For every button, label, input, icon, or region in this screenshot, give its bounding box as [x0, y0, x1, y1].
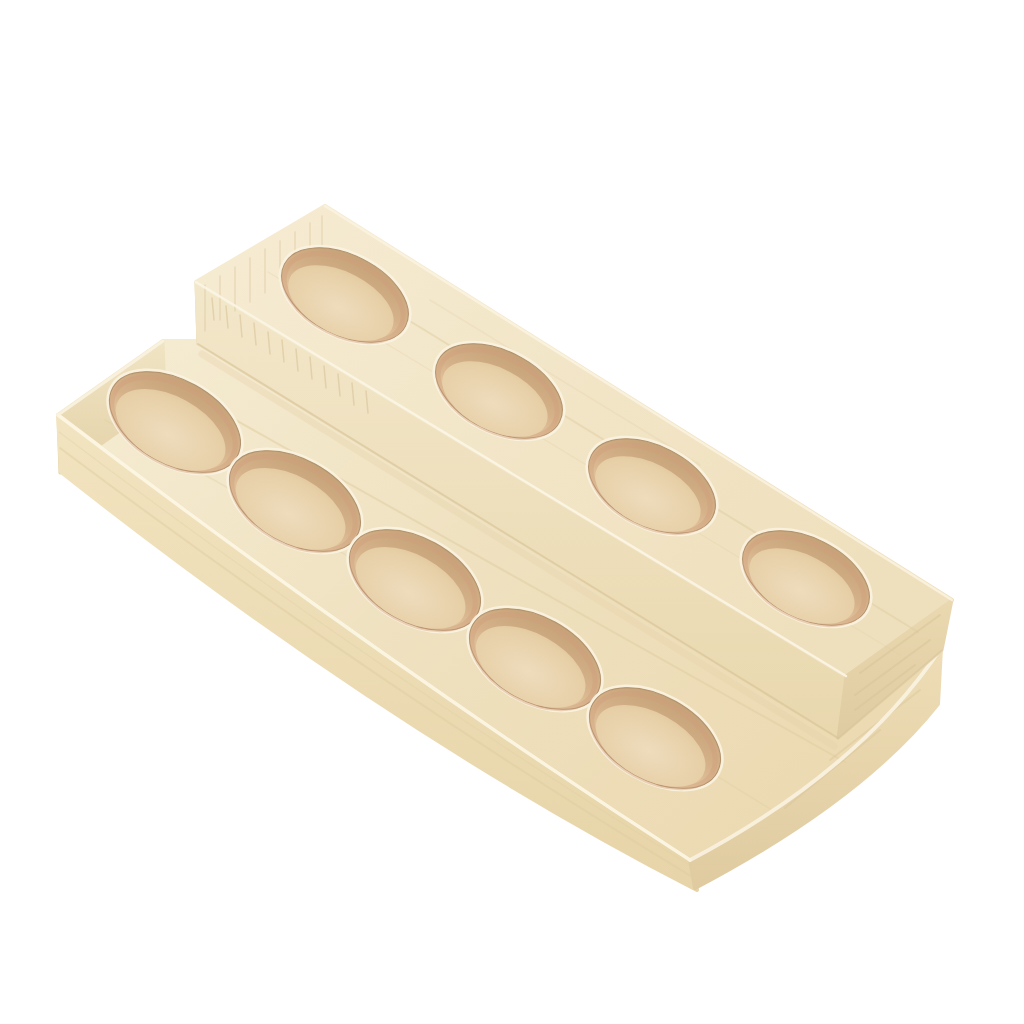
wooden-rack-illustration: two-tier wooden essential oil bottle dis… [0, 0, 1024, 1024]
product-photo: two-tier wooden essential oil bottle dis… [0, 0, 1024, 1024]
